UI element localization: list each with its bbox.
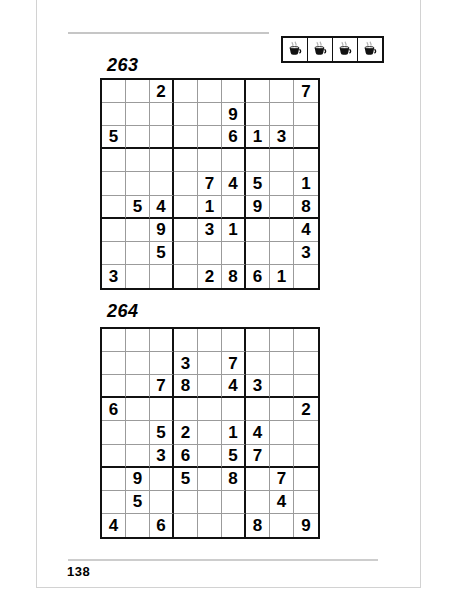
puzzle-263-cell-r7c4[interactable] — [174, 219, 198, 242]
puzzle-264-cell-r1c1[interactable] — [102, 329, 126, 352]
puzzle-263-cell-r8c3: 5 — [150, 242, 174, 265]
puzzle-263-cell-r6c5: 1 — [198, 196, 222, 219]
puzzle-264-cell-r7c3[interactable] — [150, 468, 174, 491]
puzzle-264-cell-r1c6[interactable] — [222, 329, 246, 352]
puzzle-263-cell-r1c6[interactable] — [222, 80, 246, 103]
puzzle-263-cell-r7c3: 9 — [150, 219, 174, 242]
puzzle-263-cell-r6c7: 9 — [246, 196, 270, 219]
difficulty-rating — [281, 36, 384, 63]
puzzle-263-cell-r4c8[interactable] — [270, 149, 294, 172]
puzzle-264-cell-r2c9[interactable] — [294, 352, 318, 375]
puzzle-263-cell-r6c2: 5 — [126, 196, 150, 219]
puzzle-263-cell-r2c8[interactable] — [270, 103, 294, 126]
puzzle-263-cell-r7c8[interactable] — [270, 219, 294, 242]
puzzle-263-cell-r3c3[interactable] — [150, 126, 174, 149]
puzzle-263-cell-r9c9[interactable] — [294, 265, 318, 288]
puzzle-263-cell-r4c9[interactable] — [294, 149, 318, 172]
puzzle-263-cell-r2c6: 9 — [222, 103, 246, 126]
coffee-cup-icon — [286, 41, 304, 59]
puzzle-264-grid: 37784362521436579587544689 — [100, 327, 320, 539]
puzzle-263-grid: 279561374515419893145332861 — [100, 78, 320, 290]
puzzle-264-cell-r3c6: 4 — [222, 375, 246, 398]
puzzle-264-cell-r5c6: 1 — [222, 421, 246, 444]
puzzle-263-cell-r7c2[interactable] — [126, 219, 150, 242]
puzzle-264-cell-r8c4[interactable] — [174, 491, 198, 514]
puzzle-263-cell-r4c2[interactable] — [126, 149, 150, 172]
puzzle-264-cell-r5c9[interactable] — [294, 421, 318, 444]
puzzle-263-cell-r9c1: 3 — [102, 265, 126, 288]
puzzle-264-cell-r1c2[interactable] — [126, 329, 150, 352]
puzzle-264-cell-r9c6[interactable] — [222, 514, 246, 537]
puzzle-264-cell-r7c7[interactable] — [246, 468, 270, 491]
puzzle-264-cell-r2c7[interactable] — [246, 352, 270, 375]
puzzle-263-cell-r5c4[interactable] — [174, 172, 198, 195]
puzzle-263-cell-r5c7: 5 — [246, 172, 270, 195]
puzzle-263-cell-r2c7[interactable] — [246, 103, 270, 126]
puzzle-263-cell-r1c8[interactable] — [270, 80, 294, 103]
puzzle-264-cell-r4c6[interactable] — [222, 398, 246, 421]
puzzle-264-cell-r5c7: 4 — [246, 421, 270, 444]
puzzle-264-cell-r9c7: 8 — [246, 514, 270, 537]
puzzle-263-cell-r9c2[interactable] — [126, 265, 150, 288]
puzzle-263-cell-r5c6: 4 — [222, 172, 246, 195]
puzzle-263-cell-r4c6[interactable] — [222, 149, 246, 172]
puzzle-264-cell-r9c9: 9 — [294, 514, 318, 537]
puzzle-263-cell-r7c5: 3 — [198, 219, 222, 242]
puzzle-264-cell-r2c6: 7 — [222, 352, 246, 375]
puzzle-263-cell-r6c6[interactable] — [222, 196, 246, 219]
puzzle-263-cell-r9c3[interactable] — [150, 265, 174, 288]
puzzle-264-cell-r3c4: 8 — [174, 375, 198, 398]
puzzle-263-cell-r7c6: 1 — [222, 219, 246, 242]
puzzle-264-cell-r8c3[interactable] — [150, 491, 174, 514]
coffee-cup-icon — [361, 41, 379, 59]
puzzle-264-cell-r1c9[interactable] — [294, 329, 318, 352]
puzzle-264-cell-r7c6: 8 — [222, 468, 246, 491]
puzzle-263-cell-r4c1[interactable] — [102, 149, 126, 172]
coffee-cup-icon — [336, 41, 354, 59]
puzzle-264-cell-r5c1[interactable] — [102, 421, 126, 444]
difficulty-cup-3 — [332, 38, 357, 61]
puzzle-263-cell-r8c5[interactable] — [198, 242, 222, 265]
puzzle-264-cell-r8c7[interactable] — [246, 491, 270, 514]
puzzle-264-cell-r4c2[interactable] — [126, 398, 150, 421]
puzzle-264-cell-r1c7[interactable] — [246, 329, 270, 352]
puzzle-263-cell-r6c1[interactable] — [102, 196, 126, 219]
puzzle-264-cell-r1c8[interactable] — [270, 329, 294, 352]
puzzle-263-cell-r9c6: 8 — [222, 265, 246, 288]
header-rule — [68, 32, 269, 34]
puzzle-263-cell-r5c9: 1 — [294, 172, 318, 195]
puzzle-263-cell-r4c3[interactable] — [150, 149, 174, 172]
puzzle-264-cell-r9c1: 4 — [102, 514, 126, 537]
puzzle-263-cell-r3c8: 3 — [270, 126, 294, 149]
puzzle-264-cell-r4c9: 2 — [294, 398, 318, 421]
puzzle-264-cell-r4c5[interactable] — [198, 398, 222, 421]
puzzle-264-cell-r5c5[interactable] — [198, 421, 222, 444]
puzzle-264-cell-r3c2[interactable] — [126, 375, 150, 398]
puzzle-264-cell-r9c2[interactable] — [126, 514, 150, 537]
puzzle-263-cell-r1c5[interactable] — [198, 80, 222, 103]
puzzle-264-cell-r7c1[interactable] — [102, 468, 126, 491]
coffee-cup-icon — [311, 41, 329, 59]
puzzle-263-cell-r7c9: 4 — [294, 219, 318, 242]
puzzle-263-cell-r3c5[interactable] — [198, 126, 222, 149]
puzzle-264-cell-r6c3: 3 — [150, 445, 174, 468]
puzzle-264-cell-r4c4[interactable] — [174, 398, 198, 421]
puzzle-264-cell-r2c5[interactable] — [198, 352, 222, 375]
puzzle-263-cell-r5c5: 7 — [198, 172, 222, 195]
puzzle-263-cell-r9c4[interactable] — [174, 265, 198, 288]
puzzle-264-cell-r9c3: 6 — [150, 514, 174, 537]
puzzle-263-cell-r6c8[interactable] — [270, 196, 294, 219]
puzzle-263-cell-r3c6: 6 — [222, 126, 246, 149]
puzzle-263-cell-r8c9: 3 — [294, 242, 318, 265]
puzzle-264-cell-r6c4: 6 — [174, 445, 198, 468]
puzzle-263-cell-r5c8[interactable] — [270, 172, 294, 195]
puzzle-263-cell-r3c7: 1 — [246, 126, 270, 149]
footer-rule — [68, 559, 378, 561]
puzzle-263-cell-r2c4[interactable] — [174, 103, 198, 126]
puzzle-264-cell-r1c4[interactable] — [174, 329, 198, 352]
puzzle-263-cell-r6c4[interactable] — [174, 196, 198, 219]
puzzle-263-cell-r8c4[interactable] — [174, 242, 198, 265]
puzzle-263-cell-r6c9: 8 — [294, 196, 318, 219]
puzzle-263-cell-r1c2[interactable] — [126, 80, 150, 103]
puzzle-263-cell-r2c9[interactable] — [294, 103, 318, 126]
puzzle-264-cell-r8c2: 5 — [126, 491, 150, 514]
puzzle-264-cell-r7c2: 9 — [126, 468, 150, 491]
puzzle-263-cell-r1c9: 7 — [294, 80, 318, 103]
puzzle-263-cell-r1c1[interactable] — [102, 80, 126, 103]
puzzle-264-cell-r9c5[interactable] — [198, 514, 222, 537]
puzzle-263-cell-r4c7[interactable] — [246, 149, 270, 172]
puzzle-263-cell-r3c2[interactable] — [126, 126, 150, 149]
puzzle-264-cell-r8c8: 4 — [270, 491, 294, 514]
puzzle-264-cell-r8c6[interactable] — [222, 491, 246, 514]
puzzle-264-cell-r2c3[interactable] — [150, 352, 174, 375]
puzzle-264-cell-r8c1[interactable] — [102, 491, 126, 514]
puzzle-264-cell-r5c8[interactable] — [270, 421, 294, 444]
puzzle-263-cell-r8c2[interactable] — [126, 242, 150, 265]
puzzle-264-cell-r6c5[interactable] — [198, 445, 222, 468]
puzzle-264-cell-r5c2[interactable] — [126, 421, 150, 444]
puzzle-264-cell-r8c9[interactable] — [294, 491, 318, 514]
puzzle-264-cell-r7c8: 7 — [270, 468, 294, 491]
puzzle-263-cell-r2c3[interactable] — [150, 103, 174, 126]
puzzle-263-cell-r2c5[interactable] — [198, 103, 222, 126]
puzzle-263-cell-r8c1[interactable] — [102, 242, 126, 265]
puzzle-263-cell-r3c9[interactable] — [294, 126, 318, 149]
puzzle-264-cell-r4c7[interactable] — [246, 398, 270, 421]
puzzle-263-cell-r8c8[interactable] — [270, 242, 294, 265]
page-number: 138 — [67, 564, 90, 580]
puzzle-264-cell-r3c8[interactable] — [270, 375, 294, 398]
puzzle-263-label: 263 — [107, 56, 139, 74]
difficulty-cup-1 — [283, 38, 307, 61]
puzzle-264-cell-r6c2[interactable] — [126, 445, 150, 468]
puzzle-263-cell-r2c1[interactable] — [102, 103, 126, 126]
puzzle-264-cell-r9c4[interactable] — [174, 514, 198, 537]
difficulty-cup-4 — [357, 38, 382, 61]
puzzle-263-cell-r5c3[interactable] — [150, 172, 174, 195]
puzzle-263-cell-r1c4[interactable] — [174, 80, 198, 103]
puzzle-263-cell-r5c1[interactable] — [102, 172, 126, 195]
puzzle-263-cell-r7c7[interactable] — [246, 219, 270, 242]
puzzle-263-cell-r6c3: 4 — [150, 196, 174, 219]
puzzle-264-cell-r2c8[interactable] — [270, 352, 294, 375]
puzzle-264-cell-r9c8[interactable] — [270, 514, 294, 537]
puzzle-263-cell-r1c3: 2 — [150, 80, 174, 103]
puzzle-263-cell-r3c4[interactable] — [174, 126, 198, 149]
puzzle-263-cell-r8c6[interactable] — [222, 242, 246, 265]
puzzle-264-cell-r4c3[interactable] — [150, 398, 174, 421]
book-page: 263 279561374515419893145332861 264 3778… — [0, 0, 459, 594]
puzzle-264-cell-r6c9[interactable] — [294, 445, 318, 468]
puzzle-264-cell-r6c7: 7 — [246, 445, 270, 468]
puzzle-263-cell-r7c1[interactable] — [102, 219, 126, 242]
puzzle-264-cell-r3c9[interactable] — [294, 375, 318, 398]
puzzle-264-cell-r5c4: 2 — [174, 421, 198, 444]
puzzle-264-cell-r7c4: 5 — [174, 468, 198, 491]
puzzle-263-cell-r9c5: 2 — [198, 265, 222, 288]
puzzle-263-cell-r9c8: 1 — [270, 265, 294, 288]
puzzle-264-cell-r6c1[interactable] — [102, 445, 126, 468]
puzzle-264-cell-r3c5[interactable] — [198, 375, 222, 398]
puzzle-264-cell-r7c5[interactable] — [198, 468, 222, 491]
puzzle-263-cell-r4c4[interactable] — [174, 149, 198, 172]
puzzle-264-cell-r7c9[interactable] — [294, 468, 318, 491]
puzzle-264-cell-r2c1[interactable] — [102, 352, 126, 375]
difficulty-cup-2 — [307, 38, 332, 61]
puzzle-264-cell-r3c7: 3 — [246, 375, 270, 398]
puzzle-264-cell-r1c3[interactable] — [150, 329, 174, 352]
puzzle-264-cell-r4c1: 6 — [102, 398, 126, 421]
puzzle-263-cell-r2c2[interactable] — [126, 103, 150, 126]
puzzle-264-cell-r6c8[interactable] — [270, 445, 294, 468]
puzzle-263-cell-r8c7[interactable] — [246, 242, 270, 265]
puzzle-264-cell-r5c3: 5 — [150, 421, 174, 444]
puzzle-264-cell-r3c3: 7 — [150, 375, 174, 398]
puzzle-264-cell-r1c5[interactable] — [198, 329, 222, 352]
puzzle-264-cell-r8c5[interactable] — [198, 491, 222, 514]
puzzle-263-cell-r3c1: 5 — [102, 126, 126, 149]
puzzle-264-label: 264 — [107, 302, 139, 320]
puzzle-264-cell-r2c4: 3 — [174, 352, 198, 375]
puzzle-264-cell-r2c2[interactable] — [126, 352, 150, 375]
puzzle-264-cell-r4c8[interactable] — [270, 398, 294, 421]
puzzle-263-cell-r4c5[interactable] — [198, 149, 222, 172]
puzzle-263-cell-r1c7[interactable] — [246, 80, 270, 103]
puzzle-263-cell-r9c7: 6 — [246, 265, 270, 288]
puzzle-264-cell-r6c6: 5 — [222, 445, 246, 468]
puzzle-264-cell-r3c1[interactable] — [102, 375, 126, 398]
puzzle-263-cell-r5c2[interactable] — [126, 172, 150, 195]
